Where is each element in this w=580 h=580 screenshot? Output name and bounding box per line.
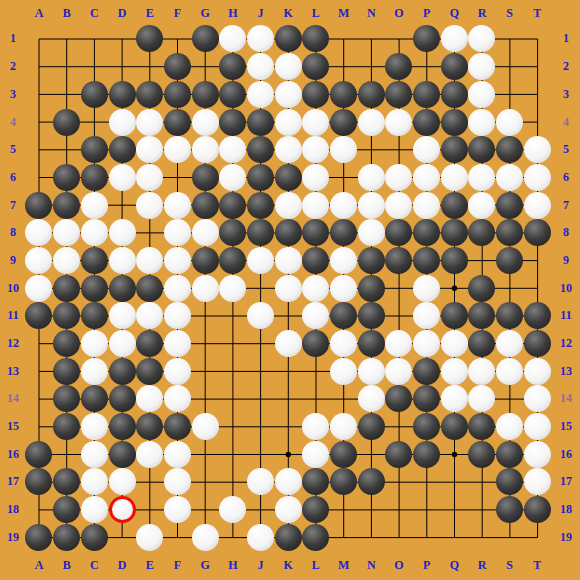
intersection-M16[interactable] [330, 440, 358, 468]
intersection-F11[interactable] [164, 302, 192, 330]
intersection-A11[interactable] [25, 302, 53, 330]
intersection-J13[interactable] [247, 357, 275, 385]
intersection-T2[interactable] [524, 53, 552, 81]
intersection-B5[interactable] [53, 136, 81, 164]
intersection-N17[interactable] [357, 468, 385, 496]
intersection-S2[interactable] [496, 53, 524, 81]
intersection-N12[interactable] [357, 330, 385, 358]
intersection-S11[interactable] [496, 302, 524, 330]
intersection-B14[interactable] [53, 385, 81, 413]
intersection-F13[interactable] [164, 357, 192, 385]
intersection-C12[interactable] [81, 330, 109, 358]
intersection-P2[interactable] [413, 53, 441, 81]
intersection-C17[interactable] [81, 468, 109, 496]
intersection-G14[interactable] [191, 385, 219, 413]
intersection-P18[interactable] [413, 496, 441, 524]
intersection-G11[interactable] [191, 302, 219, 330]
intersection-T18[interactable] [524, 496, 552, 524]
intersection-G13[interactable] [191, 357, 219, 385]
intersection-S12[interactable] [496, 330, 524, 358]
intersection-T9[interactable] [524, 247, 552, 275]
intersection-G19[interactable] [191, 524, 219, 552]
intersection-K6[interactable] [274, 164, 302, 192]
intersection-N13[interactable] [357, 357, 385, 385]
intersection-N1[interactable] [357, 25, 385, 53]
intersection-M4[interactable] [330, 108, 358, 136]
intersection-K18[interactable] [274, 496, 302, 524]
intersection-M15[interactable] [330, 413, 358, 441]
intersection-M17[interactable] [330, 468, 358, 496]
intersection-K11[interactable] [274, 302, 302, 330]
intersection-O9[interactable] [385, 247, 413, 275]
intersection-E12[interactable] [136, 330, 164, 358]
intersection-A15[interactable] [25, 413, 53, 441]
intersection-T6[interactable] [524, 164, 552, 192]
intersection-Q5[interactable] [440, 136, 468, 164]
intersection-P8[interactable] [413, 219, 441, 247]
intersection-A19[interactable] [25, 524, 53, 552]
intersection-C18[interactable] [81, 496, 109, 524]
intersection-C16[interactable] [81, 440, 109, 468]
intersection-G8[interactable] [191, 219, 219, 247]
intersection-C6[interactable] [81, 164, 109, 192]
intersection-B8[interactable] [53, 219, 81, 247]
intersection-C4[interactable] [81, 108, 109, 136]
intersection-L14[interactable] [302, 385, 330, 413]
intersection-R8[interactable] [468, 219, 496, 247]
intersection-T13[interactable] [524, 357, 552, 385]
intersection-N14[interactable] [357, 385, 385, 413]
intersection-B11[interactable] [53, 302, 81, 330]
intersection-L4[interactable] [302, 108, 330, 136]
intersection-D9[interactable] [108, 247, 136, 275]
intersection-H6[interactable] [219, 164, 247, 192]
intersection-D5[interactable] [108, 136, 136, 164]
intersection-G1[interactable] [191, 25, 219, 53]
intersection-O12[interactable] [385, 330, 413, 358]
intersection-Q1[interactable] [440, 25, 468, 53]
intersection-D8[interactable] [108, 219, 136, 247]
intersection-F7[interactable] [164, 191, 192, 219]
intersection-D10[interactable] [108, 274, 136, 302]
intersection-K12[interactable] [274, 330, 302, 358]
intersection-D18[interactable] [108, 496, 136, 524]
intersection-K19[interactable] [274, 524, 302, 552]
intersection-D4[interactable] [108, 108, 136, 136]
intersection-P15[interactable] [413, 413, 441, 441]
intersection-E11[interactable] [136, 302, 164, 330]
intersection-Q12[interactable] [440, 330, 468, 358]
intersection-T14[interactable] [524, 385, 552, 413]
intersection-T5[interactable] [524, 136, 552, 164]
intersection-P4[interactable] [413, 108, 441, 136]
intersection-N2[interactable] [357, 53, 385, 81]
intersection-C19[interactable] [81, 524, 109, 552]
intersection-R5[interactable] [468, 136, 496, 164]
intersection-J12[interactable] [247, 330, 275, 358]
intersection-T12[interactable] [524, 330, 552, 358]
intersection-D16[interactable] [108, 440, 136, 468]
intersection-S18[interactable] [496, 496, 524, 524]
intersection-O19[interactable] [385, 524, 413, 552]
intersection-O13[interactable] [385, 357, 413, 385]
intersection-D7[interactable] [108, 191, 136, 219]
intersection-D2[interactable] [108, 53, 136, 81]
intersection-Q13[interactable] [440, 357, 468, 385]
intersection-M2[interactable] [330, 53, 358, 81]
intersection-O17[interactable] [385, 468, 413, 496]
intersection-R9[interactable] [468, 247, 496, 275]
intersection-R1[interactable] [468, 25, 496, 53]
intersection-K15[interactable] [274, 413, 302, 441]
intersection-N8[interactable] [357, 219, 385, 247]
intersection-Q10[interactable] [440, 274, 468, 302]
intersection-B2[interactable] [53, 53, 81, 81]
intersection-S8[interactable] [496, 219, 524, 247]
intersection-K9[interactable] [274, 247, 302, 275]
intersection-T4[interactable] [524, 108, 552, 136]
intersection-L13[interactable] [302, 357, 330, 385]
intersection-G16[interactable] [191, 440, 219, 468]
intersection-F18[interactable] [164, 496, 192, 524]
intersection-R10[interactable] [468, 274, 496, 302]
intersection-D17[interactable] [108, 468, 136, 496]
intersection-A4[interactable] [25, 108, 53, 136]
intersection-L15[interactable] [302, 413, 330, 441]
intersection-C8[interactable] [81, 219, 109, 247]
intersection-L12[interactable] [302, 330, 330, 358]
intersection-H14[interactable] [219, 385, 247, 413]
intersection-G12[interactable] [191, 330, 219, 358]
intersection-P17[interactable] [413, 468, 441, 496]
intersection-J6[interactable] [247, 164, 275, 192]
intersection-G17[interactable] [191, 468, 219, 496]
intersection-D14[interactable] [108, 385, 136, 413]
intersection-Q9[interactable] [440, 247, 468, 275]
intersection-T10[interactable] [524, 274, 552, 302]
intersection-D11[interactable] [108, 302, 136, 330]
intersection-F5[interactable] [164, 136, 192, 164]
intersection-L5[interactable] [302, 136, 330, 164]
intersection-H5[interactable] [219, 136, 247, 164]
intersection-O5[interactable] [385, 136, 413, 164]
intersection-J2[interactable] [247, 53, 275, 81]
intersection-E19[interactable] [136, 524, 164, 552]
intersection-F10[interactable] [164, 274, 192, 302]
intersection-O18[interactable] [385, 496, 413, 524]
intersection-F15[interactable] [164, 413, 192, 441]
intersection-S17[interactable] [496, 468, 524, 496]
intersection-P3[interactable] [413, 81, 441, 109]
intersection-Q8[interactable] [440, 219, 468, 247]
intersection-A5[interactable] [25, 136, 53, 164]
intersection-O1[interactable] [385, 25, 413, 53]
intersection-N9[interactable] [357, 247, 385, 275]
intersection-L3[interactable] [302, 81, 330, 109]
intersection-E3[interactable] [136, 81, 164, 109]
intersection-S13[interactable] [496, 357, 524, 385]
intersection-L7[interactable] [302, 191, 330, 219]
intersection-L18[interactable] [302, 496, 330, 524]
intersection-M8[interactable] [330, 219, 358, 247]
intersection-C11[interactable] [81, 302, 109, 330]
intersection-H15[interactable] [219, 413, 247, 441]
intersection-O16[interactable] [385, 440, 413, 468]
intersection-G2[interactable] [191, 53, 219, 81]
intersection-F6[interactable] [164, 164, 192, 192]
intersection-N6[interactable] [357, 164, 385, 192]
intersection-B6[interactable] [53, 164, 81, 192]
intersection-J18[interactable] [247, 496, 275, 524]
intersection-L19[interactable] [302, 524, 330, 552]
intersection-A17[interactable] [25, 468, 53, 496]
intersection-K8[interactable] [274, 219, 302, 247]
intersection-C9[interactable] [81, 247, 109, 275]
intersection-C5[interactable] [81, 136, 109, 164]
intersection-J15[interactable] [247, 413, 275, 441]
intersection-G9[interactable] [191, 247, 219, 275]
intersection-J19[interactable] [247, 524, 275, 552]
intersection-A16[interactable] [25, 440, 53, 468]
intersection-G6[interactable] [191, 164, 219, 192]
intersection-Q14[interactable] [440, 385, 468, 413]
intersection-E7[interactable] [136, 191, 164, 219]
intersection-P10[interactable] [413, 274, 441, 302]
intersection-T15[interactable] [524, 413, 552, 441]
intersection-D3[interactable] [108, 81, 136, 109]
intersection-F16[interactable] [164, 440, 192, 468]
intersection-R2[interactable] [468, 53, 496, 81]
intersection-H17[interactable] [219, 468, 247, 496]
intersection-F2[interactable] [164, 53, 192, 81]
intersection-Q16[interactable] [440, 440, 468, 468]
intersection-F4[interactable] [164, 108, 192, 136]
intersection-N7[interactable] [357, 191, 385, 219]
intersection-S10[interactable] [496, 274, 524, 302]
intersection-F8[interactable] [164, 219, 192, 247]
intersection-T3[interactable] [524, 81, 552, 109]
intersection-Q2[interactable] [440, 53, 468, 81]
intersection-O10[interactable] [385, 274, 413, 302]
intersection-S5[interactable] [496, 136, 524, 164]
intersection-Q18[interactable] [440, 496, 468, 524]
intersection-H4[interactable] [219, 108, 247, 136]
intersection-E14[interactable] [136, 385, 164, 413]
intersection-R7[interactable] [468, 191, 496, 219]
intersection-M14[interactable] [330, 385, 358, 413]
intersection-K17[interactable] [274, 468, 302, 496]
intersection-B18[interactable] [53, 496, 81, 524]
intersection-D1[interactable] [108, 25, 136, 53]
intersection-Q7[interactable] [440, 191, 468, 219]
intersection-Q15[interactable] [440, 413, 468, 441]
intersection-A12[interactable] [25, 330, 53, 358]
intersection-M5[interactable] [330, 136, 358, 164]
intersection-P12[interactable] [413, 330, 441, 358]
intersection-P5[interactable] [413, 136, 441, 164]
intersection-H8[interactable] [219, 219, 247, 247]
intersection-A8[interactable] [25, 219, 53, 247]
intersection-R17[interactable] [468, 468, 496, 496]
intersection-N18[interactable] [357, 496, 385, 524]
intersection-J3[interactable] [247, 81, 275, 109]
intersection-A18[interactable] [25, 496, 53, 524]
intersection-L1[interactable] [302, 25, 330, 53]
intersection-B4[interactable] [53, 108, 81, 136]
intersection-K5[interactable] [274, 136, 302, 164]
intersection-T8[interactable] [524, 219, 552, 247]
intersection-A3[interactable] [25, 81, 53, 109]
intersection-P1[interactable] [413, 25, 441, 53]
intersection-A13[interactable] [25, 357, 53, 385]
intersection-M13[interactable] [330, 357, 358, 385]
intersection-F3[interactable] [164, 81, 192, 109]
intersection-L8[interactable] [302, 219, 330, 247]
intersection-L10[interactable] [302, 274, 330, 302]
intersection-M19[interactable] [330, 524, 358, 552]
intersection-A1[interactable] [25, 25, 53, 53]
intersection-N16[interactable] [357, 440, 385, 468]
intersection-M10[interactable] [330, 274, 358, 302]
intersection-M18[interactable] [330, 496, 358, 524]
intersection-K13[interactable] [274, 357, 302, 385]
intersection-C1[interactable] [81, 25, 109, 53]
intersection-J7[interactable] [247, 191, 275, 219]
intersection-H2[interactable] [219, 53, 247, 81]
intersection-J10[interactable] [247, 274, 275, 302]
intersection-Q4[interactable] [440, 108, 468, 136]
intersection-G7[interactable] [191, 191, 219, 219]
intersection-K1[interactable] [274, 25, 302, 53]
intersection-P14[interactable] [413, 385, 441, 413]
intersection-B9[interactable] [53, 247, 81, 275]
intersection-S19[interactable] [496, 524, 524, 552]
intersection-M11[interactable] [330, 302, 358, 330]
intersection-P6[interactable] [413, 164, 441, 192]
intersection-J14[interactable] [247, 385, 275, 413]
intersection-H18[interactable] [219, 496, 247, 524]
intersection-D6[interactable] [108, 164, 136, 192]
intersection-B7[interactable] [53, 191, 81, 219]
intersection-E4[interactable] [136, 108, 164, 136]
intersection-R6[interactable] [468, 164, 496, 192]
intersection-Q19[interactable] [440, 524, 468, 552]
intersection-L2[interactable] [302, 53, 330, 81]
intersection-L11[interactable] [302, 302, 330, 330]
intersection-F14[interactable] [164, 385, 192, 413]
intersection-E8[interactable] [136, 219, 164, 247]
intersection-N10[interactable] [357, 274, 385, 302]
intersection-O8[interactable] [385, 219, 413, 247]
intersection-K7[interactable] [274, 191, 302, 219]
intersection-J1[interactable] [247, 25, 275, 53]
intersection-F9[interactable] [164, 247, 192, 275]
intersection-S7[interactable] [496, 191, 524, 219]
intersection-H13[interactable] [219, 357, 247, 385]
intersection-O4[interactable] [385, 108, 413, 136]
intersection-G10[interactable] [191, 274, 219, 302]
intersection-R4[interactable] [468, 108, 496, 136]
intersection-H1[interactable] [219, 25, 247, 53]
intersection-N19[interactable] [357, 524, 385, 552]
intersection-O15[interactable] [385, 413, 413, 441]
intersection-L16[interactable] [302, 440, 330, 468]
intersection-S15[interactable] [496, 413, 524, 441]
intersection-N5[interactable] [357, 136, 385, 164]
intersection-H16[interactable] [219, 440, 247, 468]
intersection-E15[interactable] [136, 413, 164, 441]
intersection-J4[interactable] [247, 108, 275, 136]
intersection-M7[interactable] [330, 191, 358, 219]
intersection-P7[interactable] [413, 191, 441, 219]
intersection-H11[interactable] [219, 302, 247, 330]
intersection-E17[interactable] [136, 468, 164, 496]
intersection-T16[interactable] [524, 440, 552, 468]
intersection-K2[interactable] [274, 53, 302, 81]
intersection-C3[interactable] [81, 81, 109, 109]
intersection-R14[interactable] [468, 385, 496, 413]
intersection-P13[interactable] [413, 357, 441, 385]
intersection-T1[interactable] [524, 25, 552, 53]
intersection-A14[interactable] [25, 385, 53, 413]
intersection-S4[interactable] [496, 108, 524, 136]
intersection-A2[interactable] [25, 53, 53, 81]
intersection-T17[interactable] [524, 468, 552, 496]
intersection-F19[interactable] [164, 524, 192, 552]
intersection-F12[interactable] [164, 330, 192, 358]
intersection-J8[interactable] [247, 219, 275, 247]
intersection-O3[interactable] [385, 81, 413, 109]
intersection-R12[interactable] [468, 330, 496, 358]
intersection-M1[interactable] [330, 25, 358, 53]
intersection-K16[interactable] [274, 440, 302, 468]
intersection-A7[interactable] [25, 191, 53, 219]
intersection-J9[interactable] [247, 247, 275, 275]
intersection-C13[interactable] [81, 357, 109, 385]
intersection-B1[interactable] [53, 25, 81, 53]
intersection-N3[interactable] [357, 81, 385, 109]
intersection-J17[interactable] [247, 468, 275, 496]
intersection-P19[interactable] [413, 524, 441, 552]
intersection-H7[interactable] [219, 191, 247, 219]
intersection-E2[interactable] [136, 53, 164, 81]
intersection-R16[interactable] [468, 440, 496, 468]
intersection-D12[interactable] [108, 330, 136, 358]
intersection-Q17[interactable] [440, 468, 468, 496]
intersection-K4[interactable] [274, 108, 302, 136]
intersection-O6[interactable] [385, 164, 413, 192]
intersection-C2[interactable] [81, 53, 109, 81]
intersection-E5[interactable] [136, 136, 164, 164]
intersection-G3[interactable] [191, 81, 219, 109]
intersection-B17[interactable] [53, 468, 81, 496]
intersection-C7[interactable] [81, 191, 109, 219]
intersection-K10[interactable] [274, 274, 302, 302]
intersection-R13[interactable] [468, 357, 496, 385]
intersection-H3[interactable] [219, 81, 247, 109]
intersection-G4[interactable] [191, 108, 219, 136]
intersection-O2[interactable] [385, 53, 413, 81]
intersection-Q11[interactable] [440, 302, 468, 330]
intersection-E18[interactable] [136, 496, 164, 524]
intersection-K14[interactable] [274, 385, 302, 413]
intersection-G15[interactable] [191, 413, 219, 441]
intersection-J11[interactable] [247, 302, 275, 330]
intersection-E9[interactable] [136, 247, 164, 275]
intersection-D15[interactable] [108, 413, 136, 441]
intersection-M12[interactable] [330, 330, 358, 358]
intersection-D19[interactable] [108, 524, 136, 552]
